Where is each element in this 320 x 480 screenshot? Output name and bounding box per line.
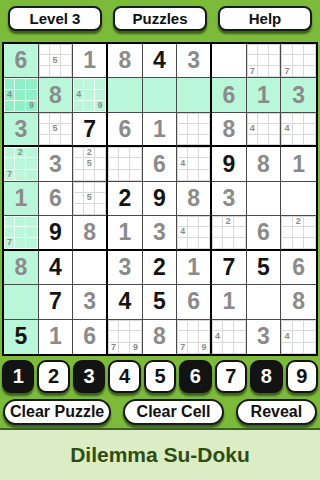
pencil-mark: 9 [95, 101, 106, 112]
cell-r6c5[interactable]: 3 [143, 216, 178, 250]
cell-r8c8[interactable] [247, 285, 282, 319]
cell-r3c2[interactable]: 5 [39, 113, 74, 147]
pencil-mark-grid: 7 [281, 44, 316, 77]
pencil-mark-grid: 4 [177, 216, 210, 248]
cell-value: 6 [143, 147, 177, 180]
pencil-mark-grid [177, 113, 210, 145]
app-screen: Level 3 Puzzles Help 6518437749849613357… [0, 0, 320, 480]
cell-value: 9 [143, 182, 177, 215]
cell-r4c4[interactable] [108, 147, 143, 181]
cell-value: 6 [39, 182, 73, 215]
cell-r7c4[interactable]: 3 [108, 251, 143, 285]
cell-r3c7[interactable]: 8 [212, 113, 247, 147]
cell-r2c3[interactable]: 49 [73, 78, 108, 112]
cell-value: 2 [143, 251, 177, 284]
cell-value: 6 [73, 320, 106, 354]
cell-r7c6[interactable]: 1 [177, 251, 212, 285]
cell-value: 8 [108, 44, 142, 77]
cell-r4c7[interactable]: 9 [212, 147, 247, 181]
pencil-mark: 4 [281, 331, 293, 342]
cell-value: 6 [212, 78, 246, 111]
pencil-mark-grid: 4 [281, 113, 316, 145]
cell-r5c3[interactable]: 5 [73, 182, 108, 216]
cell-r1c3[interactable]: 1 [73, 44, 108, 78]
cell-value: 4 [39, 251, 73, 284]
cell-r7c3[interactable] [73, 251, 108, 285]
cell-r3c6[interactable] [177, 113, 212, 147]
cell-r1c5[interactable]: 4 [143, 44, 178, 78]
cell-r2c8[interactable]: 1 [247, 78, 282, 112]
cell-value: 1 [108, 216, 142, 248]
pencil-mark-grid: 2 [281, 216, 316, 248]
cell-r1c9[interactable]: 7 [281, 44, 316, 78]
pencil-mark: 2 [15, 147, 26, 158]
cell-r6c6[interactable]: 4 [177, 216, 212, 250]
cell-value: 4 [108, 285, 142, 318]
cell-value: 3 [39, 147, 73, 180]
help-button[interactable]: Help [218, 6, 312, 31]
cell-r5c6[interactable]: 8 [177, 182, 212, 216]
cell-value: 8 [39, 78, 73, 111]
pencil-mark: 5 [84, 158, 95, 169]
cell-value: 6 [247, 216, 281, 248]
pencil-mark-grid: 5 [39, 113, 73, 145]
cell-value: 9 [212, 147, 246, 180]
number-button-3[interactable]: 3 [73, 360, 105, 393]
puzzles-button[interactable]: Puzzles [113, 6, 207, 31]
cell-r8c4[interactable]: 4 [108, 285, 143, 319]
cell-r6c7[interactable]: 2 [212, 216, 247, 250]
cell-value: 3 [212, 182, 246, 215]
cell-value: 7 [73, 113, 106, 145]
cell-r9c7[interactable]: 4 [212, 320, 247, 354]
cell-r4c5[interactable]: 6 [143, 147, 178, 181]
cell-r9c8[interactable]: 3 [247, 320, 282, 354]
pencil-mark: 7 [4, 238, 15, 249]
pencil-mark: 7 [177, 343, 188, 354]
cell-r9c2[interactable]: 1 [39, 320, 74, 354]
cell-r4c3[interactable]: 25 [73, 147, 108, 181]
number-button-4[interactable]: 4 [108, 360, 140, 393]
cell-r1c4[interactable]: 8 [108, 44, 143, 78]
reveal-button[interactable]: Reveal [236, 399, 317, 425]
pencil-mark: 5 [50, 55, 61, 66]
pencil-mark: 4 [247, 124, 258, 135]
cell-r8c3[interactable]: 3 [73, 285, 108, 319]
cell-r8c2[interactable]: 7 [39, 285, 74, 319]
cell-r3c8[interactable]: 4 [247, 113, 282, 147]
number-button-6[interactable]: 6 [179, 360, 211, 393]
cell-value: 8 [143, 320, 177, 354]
cell-r2c7[interactable]: 6 [212, 78, 247, 112]
cell-r4c2[interactable]: 3 [39, 147, 74, 181]
pencil-mark: 2 [223, 216, 234, 227]
cell-value: 5 [4, 320, 38, 354]
cell-value: 8 [177, 182, 210, 215]
pencil-mark-grid [108, 147, 142, 180]
cell-r4c9[interactable]: 1 [281, 147, 316, 181]
pencil-mark: 4 [177, 227, 188, 238]
cell-value: 3 [247, 320, 281, 354]
cell-value: 7 [212, 251, 246, 284]
pencil-mark-grid: 27 [4, 147, 38, 180]
cell-r6c3[interactable]: 8 [73, 216, 108, 250]
number-button-8[interactable]: 8 [250, 360, 282, 393]
cell-r2c2[interactable]: 8 [39, 78, 74, 112]
cell-r9c3[interactable]: 6 [73, 320, 108, 354]
cell-r7c2[interactable]: 4 [39, 251, 74, 285]
cell-r3c3[interactable]: 7 [73, 113, 108, 147]
number-button-7[interactable]: 7 [215, 360, 247, 393]
cell-value: 3 [281, 78, 316, 111]
level-button[interactable]: Level 3 [8, 6, 102, 31]
cell-r5c1[interactable]: 1 [4, 182, 39, 216]
cell-r1c8[interactable]: 7 [247, 44, 282, 78]
title-bar: Dilemma Su-Doku [0, 428, 320, 480]
cell-r9c1[interactable]: 5 [4, 320, 39, 354]
cell-r3c4[interactable]: 6 [108, 113, 143, 147]
pencil-mark: 9 [130, 343, 141, 354]
pencil-mark: 2 [84, 147, 95, 158]
cell-r8c6[interactable]: 6 [177, 285, 212, 319]
pencil-mark: 7 [281, 66, 293, 77]
pencil-mark: 4 [281, 124, 293, 135]
pencil-mark: 9 [26, 101, 37, 112]
pencil-mark-grid: 2 [212, 216, 246, 248]
cell-value: 3 [177, 44, 210, 77]
cell-value: 8 [281, 285, 316, 318]
number-button-2[interactable]: 2 [37, 360, 69, 393]
cell-value: 6 [4, 44, 38, 77]
cell-r4c1[interactable]: 27 [4, 147, 39, 181]
cell-r7c1[interactable]: 8 [4, 251, 39, 285]
cell-r1c1[interactable]: 6 [4, 44, 39, 78]
cell-r7c7[interactable]: 7 [212, 251, 247, 285]
cell-r2c9[interactable]: 3 [281, 78, 316, 112]
cell-r5c7[interactable]: 3 [212, 182, 247, 216]
cell-value: 1 [247, 78, 281, 111]
cell-value: 3 [143, 216, 177, 248]
cell-value: 8 [4, 251, 38, 284]
pencil-mark-grid: 4 [177, 147, 210, 180]
cell-value: 5 [247, 251, 281, 284]
cell-r1c6[interactable]: 3 [177, 44, 212, 78]
cell-r2c6[interactable] [177, 78, 212, 112]
pencil-mark: 4 [212, 331, 223, 342]
pencil-mark-grid: 25 [73, 147, 106, 180]
cell-r8c7[interactable]: 1 [212, 285, 247, 319]
pencil-mark-grid: 49 [73, 78, 106, 111]
cell-r5c5[interactable]: 9 [143, 182, 178, 216]
cell-r5c2[interactable]: 6 [39, 182, 74, 216]
cell-value: 9 [39, 216, 73, 248]
pencil-mark-grid: 79 [108, 320, 142, 354]
cell-r5c4[interactable]: 2 [108, 182, 143, 216]
number-button-1[interactable]: 1 [2, 360, 34, 393]
cell-r7c8[interactable]: 5 [247, 251, 282, 285]
cell-value: 1 [4, 182, 38, 215]
cell-r2c1[interactable]: 49 [4, 78, 39, 112]
pencil-mark: 7 [108, 343, 119, 354]
pencil-mark: 4 [4, 90, 15, 101]
cell-r6c2[interactable]: 9 [39, 216, 74, 250]
pencil-mark: 5 [84, 193, 95, 204]
pencil-mark: 5 [50, 124, 61, 135]
pencil-mark-grid: 7 [4, 216, 38, 248]
clear-cell-button[interactable]: Clear Cell [123, 399, 224, 425]
pencil-mark: 7 [4, 170, 15, 181]
cell-r6c4[interactable]: 1 [108, 216, 143, 250]
number-button-row: 123456789 [2, 360, 318, 393]
pencil-mark: 7 [247, 66, 258, 77]
cell-value: 1 [143, 113, 177, 145]
cell-value: 2 [108, 182, 142, 215]
cell-value: 3 [4, 113, 38, 145]
number-button-5[interactable]: 5 [144, 360, 176, 393]
cell-r6c8[interactable]: 6 [247, 216, 282, 250]
cell-r7c5[interactable]: 2 [143, 251, 178, 285]
pencil-mark-grid: 5 [73, 182, 106, 215]
cell-value: 7 [39, 285, 73, 318]
pencil-mark-grid: 4 [212, 320, 246, 354]
number-button-9[interactable]: 9 [286, 360, 318, 393]
cell-r3c5[interactable]: 1 [143, 113, 178, 147]
cell-value: 1 [177, 251, 210, 284]
cell-value: 3 [73, 285, 106, 318]
cell-r4c8[interactable]: 8 [247, 147, 282, 181]
cell-value: 4 [143, 44, 177, 77]
pencil-mark: 9 [199, 343, 210, 354]
pencil-mark-grid: 5 [39, 44, 73, 77]
cell-r5c8[interactable] [247, 182, 282, 216]
cell-r3c9[interactable]: 4 [281, 113, 316, 147]
cell-r9c9[interactable]: 4 [281, 320, 316, 354]
cell-r2c5[interactable] [143, 78, 178, 112]
cell-r8c5[interactable]: 5 [143, 285, 178, 319]
cell-r9c6[interactable]: 79 [177, 320, 212, 354]
cell-r4c6[interactable]: 4 [177, 147, 212, 181]
pencil-mark: 4 [177, 158, 188, 169]
cell-value: 1 [39, 320, 73, 354]
cell-value: 1 [73, 44, 106, 77]
pencil-mark: 4 [73, 90, 84, 101]
sudoku-board: 6518437749849613357618442732564981165298… [2, 42, 318, 356]
pencil-mark: 2 [293, 216, 305, 227]
cell-value: 8 [212, 113, 246, 145]
pencil-mark-grid: 79 [177, 320, 210, 354]
cell-value: 6 [177, 285, 210, 318]
cell-r1c2[interactable]: 5 [39, 44, 74, 78]
action-button-row: Clear Puzzle Clear Cell Reveal [3, 399, 317, 425]
cell-value: 6 [108, 113, 142, 145]
pencil-mark-grid: 7 [247, 44, 281, 77]
cell-value: 1 [212, 285, 246, 318]
cell-value: 8 [247, 147, 281, 180]
cell-r7c9[interactable]: 6 [281, 251, 316, 285]
cell-r9c4[interactable]: 79 [108, 320, 143, 354]
pencil-mark-grid: 4 [247, 113, 281, 145]
cell-value: 3 [108, 251, 142, 284]
cell-r2c4[interactable] [108, 78, 143, 112]
pencil-mark-grid: 4 [281, 320, 316, 354]
pencil-mark-grid: 49 [4, 78, 38, 111]
cell-r5c9[interactable] [281, 182, 316, 216]
cell-r3c1[interactable]: 3 [4, 113, 39, 147]
cell-r6c1[interactable]: 7 [4, 216, 39, 250]
cell-value: 1 [281, 147, 316, 180]
cell-r8c1[interactable] [4, 285, 39, 319]
cell-value: 6 [281, 251, 316, 284]
cell-r1c7[interactable] [212, 44, 247, 78]
cell-r8c9[interactable]: 8 [281, 285, 316, 319]
clear-puzzle-button[interactable]: Clear Puzzle [3, 399, 111, 425]
app-title: Dilemma Su-Doku [70, 443, 250, 467]
cell-r6c9[interactable]: 2 [281, 216, 316, 250]
cell-value: 5 [143, 285, 177, 318]
cell-r9c5[interactable]: 8 [143, 320, 178, 354]
top-toolbar: Level 3 Puzzles Help [0, 0, 320, 31]
cell-value: 8 [73, 216, 106, 248]
